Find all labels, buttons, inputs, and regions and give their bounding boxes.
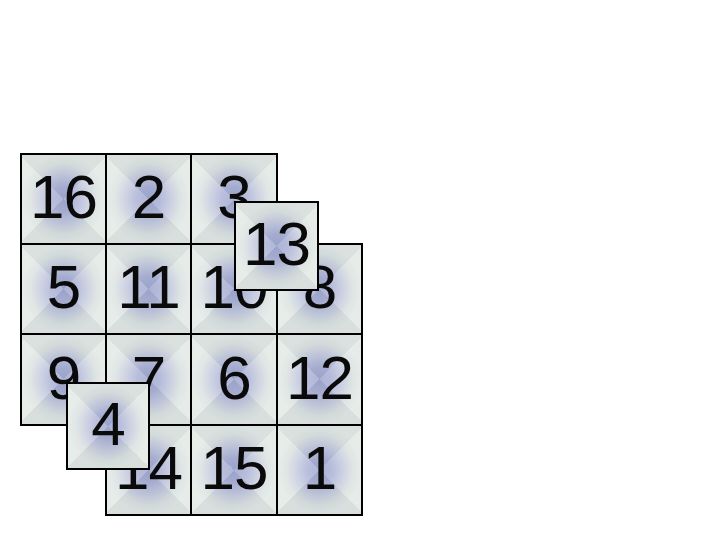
tile-1[interactable]: 1 xyxy=(276,424,363,516)
tile-2[interactable]: 2 xyxy=(105,153,192,245)
tile-12[interactable]: 12 xyxy=(276,333,363,426)
tile-number: 11 xyxy=(117,256,179,318)
tile-number: 12 xyxy=(286,347,353,409)
floating-tile-4[interactable]: 4 xyxy=(66,382,150,470)
puzzle-board: 16235111089761214151134 xyxy=(21,154,362,515)
floating-tile-13[interactable]: 13 xyxy=(234,201,319,291)
tile-number: 15 xyxy=(201,437,268,499)
tile-number: 1 xyxy=(303,437,336,499)
tile-number: 2 xyxy=(132,166,165,228)
tile-5[interactable]: 5 xyxy=(20,243,107,335)
tile-number: 16 xyxy=(30,166,97,228)
tile-number: 13 xyxy=(243,213,310,275)
tile-16[interactable]: 16 xyxy=(20,153,107,245)
tile-number: 5 xyxy=(47,256,80,318)
tile-6[interactable]: 6 xyxy=(190,333,278,426)
tile-number: 6 xyxy=(217,347,250,409)
tile-11[interactable]: 11 xyxy=(105,243,192,335)
tile-15[interactable]: 15 xyxy=(190,424,278,516)
slide-canvas: 16235111089761214151134 xyxy=(0,0,720,540)
tile-number: 4 xyxy=(91,393,124,455)
